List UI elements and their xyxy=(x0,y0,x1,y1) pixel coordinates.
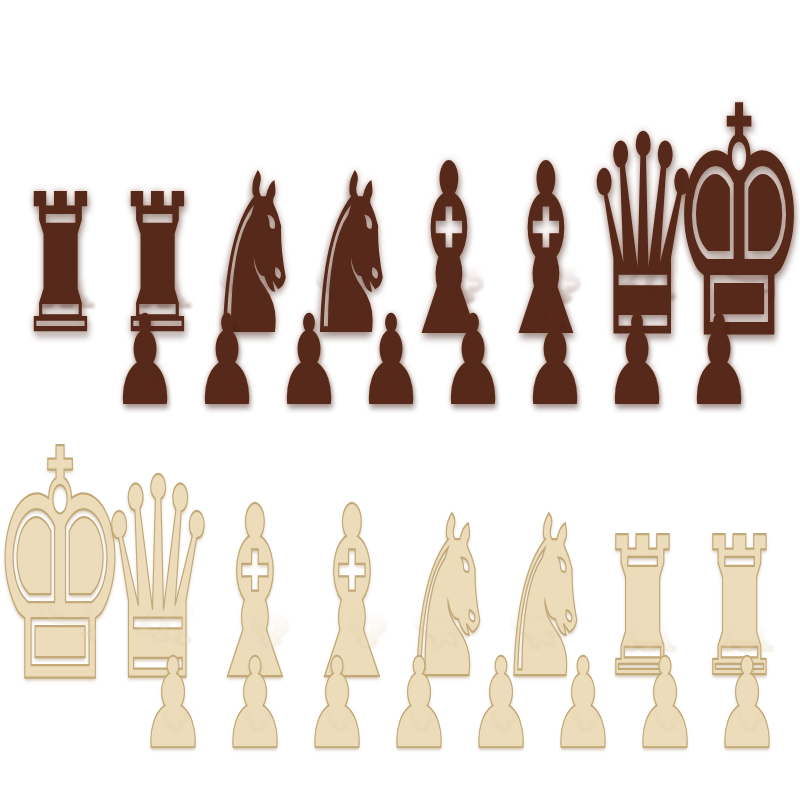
pawn-icon: ♟ xyxy=(522,299,588,424)
pawn-icon: ♟ xyxy=(550,642,616,767)
dark-pawn-8: ♟♟ xyxy=(678,300,760,400)
pawn-icon: ♟ xyxy=(386,642,452,767)
light-pawn-6: ♟♟ xyxy=(542,643,624,743)
pawn-icon: ♟ xyxy=(276,299,342,424)
dark-pawn-4: ♟♟ xyxy=(350,300,432,400)
light-pawn-2: ♟♟ xyxy=(214,643,296,743)
light-pawn-4: ♟♟ xyxy=(378,643,460,743)
pawn-icon: ♟ xyxy=(632,642,698,767)
pawn-icon: ♟ xyxy=(222,642,288,767)
light-pawn-7: ♟♟ xyxy=(624,643,706,743)
light-pawn-1: ♟♟ xyxy=(132,643,214,743)
rook-icon: ♜ xyxy=(18,169,103,361)
chess-pieces-product-photo: ♜♜ ♜♜ ♞♞ ♞♞ ♝♝ ♝♝ ♛♛ ♚♚ ♟♟ ♟♟ ♟♟ ♟♟ ♟♟ ♟… xyxy=(0,0,800,800)
dark-pawn-2: ♟♟ xyxy=(186,300,268,400)
dark-pawn-5: ♟♟ xyxy=(432,300,514,400)
dark-rook-1: ♜♜ xyxy=(12,125,109,325)
dark-pawn-3: ♟♟ xyxy=(268,300,350,400)
light-pawn-3: ♟♟ xyxy=(296,643,378,743)
pawn-icon: ♟ xyxy=(358,299,424,424)
pawn-icon: ♟ xyxy=(686,299,752,424)
pawn-icon: ♟ xyxy=(140,642,206,767)
light-pawn-8: ♟♟ xyxy=(706,643,788,743)
pawn-icon: ♟ xyxy=(112,299,178,424)
pawn-icon: ♟ xyxy=(604,299,670,424)
pawn-icon: ♟ xyxy=(468,642,534,767)
dark-piece-set: ♜♜ ♜♜ ♞♞ ♞♞ ♝♝ ♝♝ ♛♛ ♚♚ ♟♟ ♟♟ ♟♟ ♟♟ ♟♟ ♟… xyxy=(4,125,796,400)
light-piece-set: ♚♚ ♛♛ ♝♝ ♝♝ ♞♞ ♞♞ ♜♜ ♜♜ ♟♟ ♟♟ ♟♟ ♟♟ ♟♟ ♟… xyxy=(4,468,796,743)
pawn-icon: ♟ xyxy=(440,299,506,424)
light-pawn-5: ♟♟ xyxy=(460,643,542,743)
dark-pawn-7: ♟♟ xyxy=(596,300,678,400)
dark-pawn-row: ♟♟ ♟♟ ♟♟ ♟♟ ♟♟ ♟♟ ♟♟ ♟♟ xyxy=(104,300,760,400)
pawn-icon: ♟ xyxy=(194,299,260,424)
dark-pawn-6: ♟♟ xyxy=(514,300,596,400)
pawn-icon: ♟ xyxy=(714,642,780,767)
dark-pawn-1: ♟♟ xyxy=(104,300,186,400)
light-pawn-row: ♟♟ ♟♟ ♟♟ ♟♟ ♟♟ ♟♟ ♟♟ ♟♟ xyxy=(132,643,788,743)
pawn-icon: ♟ xyxy=(304,642,370,767)
light-king: ♚♚ xyxy=(12,468,109,668)
